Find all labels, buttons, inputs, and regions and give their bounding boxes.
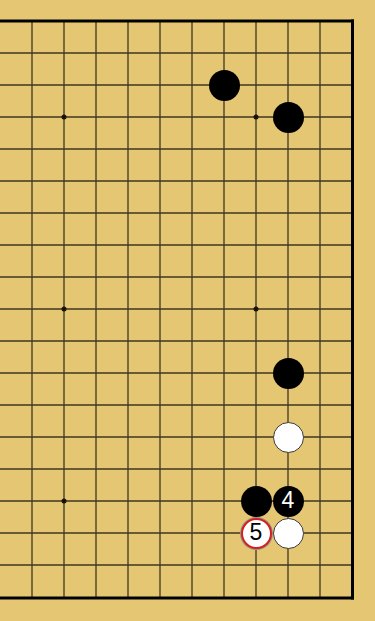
stone-R3 <box>273 518 304 549</box>
move-number-label: 5 <box>250 521 263 544</box>
stone-R8 <box>273 358 304 389</box>
stone-R16 <box>273 102 304 133</box>
stone-Q4 <box>241 486 272 517</box>
stone-Q3: 5 <box>241 518 272 549</box>
go-board-surface[interactable]: 45 <box>0 0 375 621</box>
stone-R6 <box>273 422 304 453</box>
move-number-label: 4 <box>282 489 295 512</box>
stones-layer: 45 <box>0 5 368 613</box>
stone-P17 <box>209 70 240 101</box>
stone-R4: 4 <box>273 486 304 517</box>
